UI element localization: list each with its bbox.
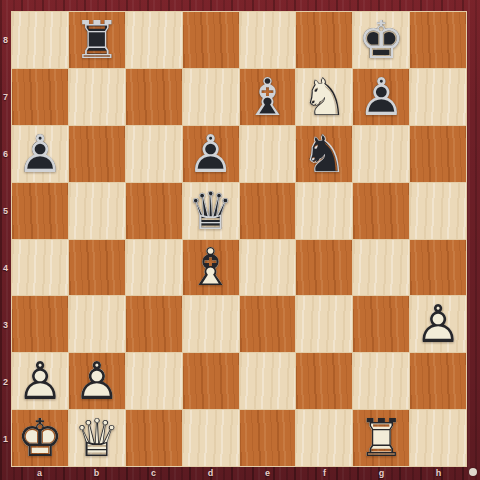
chess-board-frame: 87654321 ♜♖♚♔♝♗♞♘♟♙♟♙♟♙♞♘♛♕♝♗♟♙♟♙♟♙♚♔♛♕♜… xyxy=(0,0,480,480)
white-knight-piece: ♞♘ xyxy=(301,71,348,123)
square-d3[interactable] xyxy=(183,296,239,352)
square-g4[interactable] xyxy=(353,240,409,296)
white-pawn-piece: ♟♙ xyxy=(17,355,64,407)
square-a4[interactable] xyxy=(12,240,68,296)
piece-glyph-outline: ♗ xyxy=(244,71,291,123)
file-label-h: h xyxy=(410,466,467,480)
square-f2[interactable] xyxy=(296,353,352,409)
square-a3[interactable] xyxy=(12,296,68,352)
corner-marker-dot xyxy=(469,468,477,476)
black-bishop-piece: ♝♗ xyxy=(244,71,291,123)
square-b7[interactable] xyxy=(69,69,125,125)
piece-glyph-outline: ♗ xyxy=(187,241,234,293)
square-e1[interactable] xyxy=(240,410,296,466)
square-b8[interactable]: ♜♖ xyxy=(69,12,125,68)
square-g5[interactable] xyxy=(353,183,409,239)
square-d5[interactable]: ♛♕ xyxy=(183,183,239,239)
square-c8[interactable] xyxy=(126,12,182,68)
rank-labels: 87654321 xyxy=(0,11,11,467)
piece-glyph-outline: ♙ xyxy=(358,71,405,123)
square-d7[interactable] xyxy=(183,69,239,125)
square-g6[interactable] xyxy=(353,126,409,182)
square-c6[interactable] xyxy=(126,126,182,182)
square-e8[interactable] xyxy=(240,12,296,68)
piece-glyph-outline: ♘ xyxy=(301,71,348,123)
white-queen-piece: ♛♕ xyxy=(74,412,121,464)
square-f3[interactable] xyxy=(296,296,352,352)
white-king-piece: ♚♔ xyxy=(17,412,64,464)
square-e4[interactable] xyxy=(240,240,296,296)
rank-label-1: 1 xyxy=(0,410,11,467)
black-rook-piece: ♜♖ xyxy=(74,14,121,66)
piece-glyph-outline: ♙ xyxy=(74,355,121,407)
piece-glyph-outline: ♖ xyxy=(358,412,405,464)
file-label-d: d xyxy=(182,466,239,480)
square-a5[interactable] xyxy=(12,183,68,239)
rank-label-4: 4 xyxy=(0,239,11,296)
white-bishop-piece: ♝♗ xyxy=(187,241,234,293)
piece-glyph-outline: ♙ xyxy=(415,298,462,350)
square-c4[interactable] xyxy=(126,240,182,296)
white-rook-piece: ♜♖ xyxy=(358,412,405,464)
file-labels: abcdefgh xyxy=(11,466,467,480)
rank-label-6: 6 xyxy=(0,125,11,182)
rank-label-2: 2 xyxy=(0,353,11,410)
square-g8[interactable]: ♚♔ xyxy=(353,12,409,68)
file-label-g: g xyxy=(353,466,410,480)
piece-glyph-outline: ♔ xyxy=(17,412,64,464)
square-e5[interactable] xyxy=(240,183,296,239)
file-label-c: c xyxy=(125,466,182,480)
square-h6[interactable] xyxy=(410,126,466,182)
square-f6[interactable]: ♞♘ xyxy=(296,126,352,182)
square-b4[interactable] xyxy=(69,240,125,296)
black-pawn-piece: ♟♙ xyxy=(187,128,234,180)
square-h7[interactable] xyxy=(410,69,466,125)
black-pawn-piece: ♟♙ xyxy=(17,128,64,180)
square-b2[interactable]: ♟♙ xyxy=(69,353,125,409)
square-c7[interactable] xyxy=(126,69,182,125)
piece-glyph-outline: ♔ xyxy=(358,14,405,66)
square-a7[interactable] xyxy=(12,69,68,125)
rank-label-5: 5 xyxy=(0,182,11,239)
square-f4[interactable] xyxy=(296,240,352,296)
white-pawn-piece: ♟♙ xyxy=(415,298,462,350)
piece-glyph-outline: ♕ xyxy=(187,185,234,237)
white-pawn-piece: ♟♙ xyxy=(74,355,121,407)
black-king-piece: ♚♔ xyxy=(358,14,405,66)
square-e7[interactable]: ♝♗ xyxy=(240,69,296,125)
square-d4[interactable]: ♝♗ xyxy=(183,240,239,296)
square-d2[interactable] xyxy=(183,353,239,409)
square-b6[interactable] xyxy=(69,126,125,182)
rank-label-3: 3 xyxy=(0,296,11,353)
square-d8[interactable] xyxy=(183,12,239,68)
square-a8[interactable] xyxy=(12,12,68,68)
piece-glyph-outline: ♕ xyxy=(74,412,121,464)
square-a1[interactable]: ♚♔ xyxy=(12,410,68,466)
black-queen-piece: ♛♕ xyxy=(187,185,234,237)
square-c1[interactable] xyxy=(126,410,182,466)
square-g2[interactable] xyxy=(353,353,409,409)
square-h4[interactable] xyxy=(410,240,466,296)
piece-glyph-outline: ♘ xyxy=(301,128,348,180)
chess-board: ♜♖♚♔♝♗♞♘♟♙♟♙♟♙♞♘♛♕♝♗♟♙♟♙♟♙♚♔♛♕♜♖ xyxy=(11,11,467,467)
piece-glyph-outline: ♙ xyxy=(187,128,234,180)
square-c2[interactable] xyxy=(126,353,182,409)
file-label-b: b xyxy=(68,466,125,480)
square-g7[interactable]: ♟♙ xyxy=(353,69,409,125)
square-h5[interactable] xyxy=(410,183,466,239)
square-e6[interactable] xyxy=(240,126,296,182)
square-f8[interactable] xyxy=(296,12,352,68)
file-label-f: f xyxy=(296,466,353,480)
square-h3[interactable]: ♟♙ xyxy=(410,296,466,352)
square-c5[interactable] xyxy=(126,183,182,239)
square-b3[interactable] xyxy=(69,296,125,352)
square-f1[interactable] xyxy=(296,410,352,466)
file-label-a: a xyxy=(11,466,68,480)
piece-glyph-outline: ♙ xyxy=(17,128,64,180)
square-h1[interactable] xyxy=(410,410,466,466)
square-a2[interactable]: ♟♙ xyxy=(12,353,68,409)
black-pawn-piece: ♟♙ xyxy=(358,71,405,123)
square-d6[interactable]: ♟♙ xyxy=(183,126,239,182)
square-e2[interactable] xyxy=(240,353,296,409)
square-h8[interactable] xyxy=(410,12,466,68)
square-g3[interactable] xyxy=(353,296,409,352)
square-f7[interactable]: ♞♘ xyxy=(296,69,352,125)
file-label-e: e xyxy=(239,466,296,480)
square-h2[interactable] xyxy=(410,353,466,409)
square-b5[interactable] xyxy=(69,183,125,239)
rank-label-8: 8 xyxy=(0,11,11,68)
rank-label-7: 7 xyxy=(0,68,11,125)
black-knight-piece: ♞♘ xyxy=(301,128,348,180)
square-e3[interactable] xyxy=(240,296,296,352)
square-g1[interactable]: ♜♖ xyxy=(353,410,409,466)
square-d1[interactable] xyxy=(183,410,239,466)
square-b1[interactable]: ♛♕ xyxy=(69,410,125,466)
square-c3[interactable] xyxy=(126,296,182,352)
square-a6[interactable]: ♟♙ xyxy=(12,126,68,182)
square-f5[interactable] xyxy=(296,183,352,239)
piece-glyph-outline: ♙ xyxy=(17,355,64,407)
piece-glyph-outline: ♖ xyxy=(74,14,121,66)
